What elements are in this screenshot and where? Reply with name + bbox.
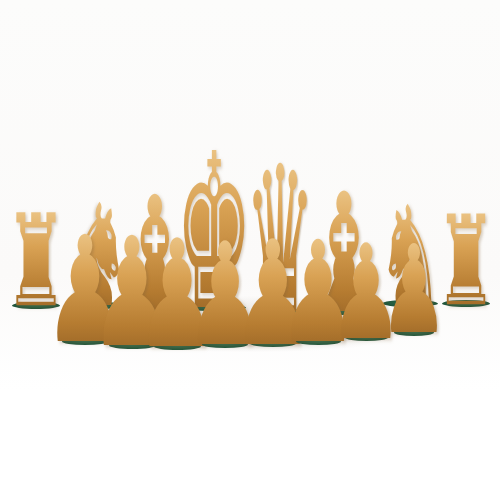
pieces-layer: ♜♞♝♚♛♝♞♜♟♟♟♟♟♟♟♟: [0, 0, 500, 500]
photo-stage: ♜♞♝♚♛♝♞♜♟♟♟♟♟♟♟♟: [0, 0, 500, 500]
chess-piece-pawn-8: ♟: [380, 229, 449, 351]
